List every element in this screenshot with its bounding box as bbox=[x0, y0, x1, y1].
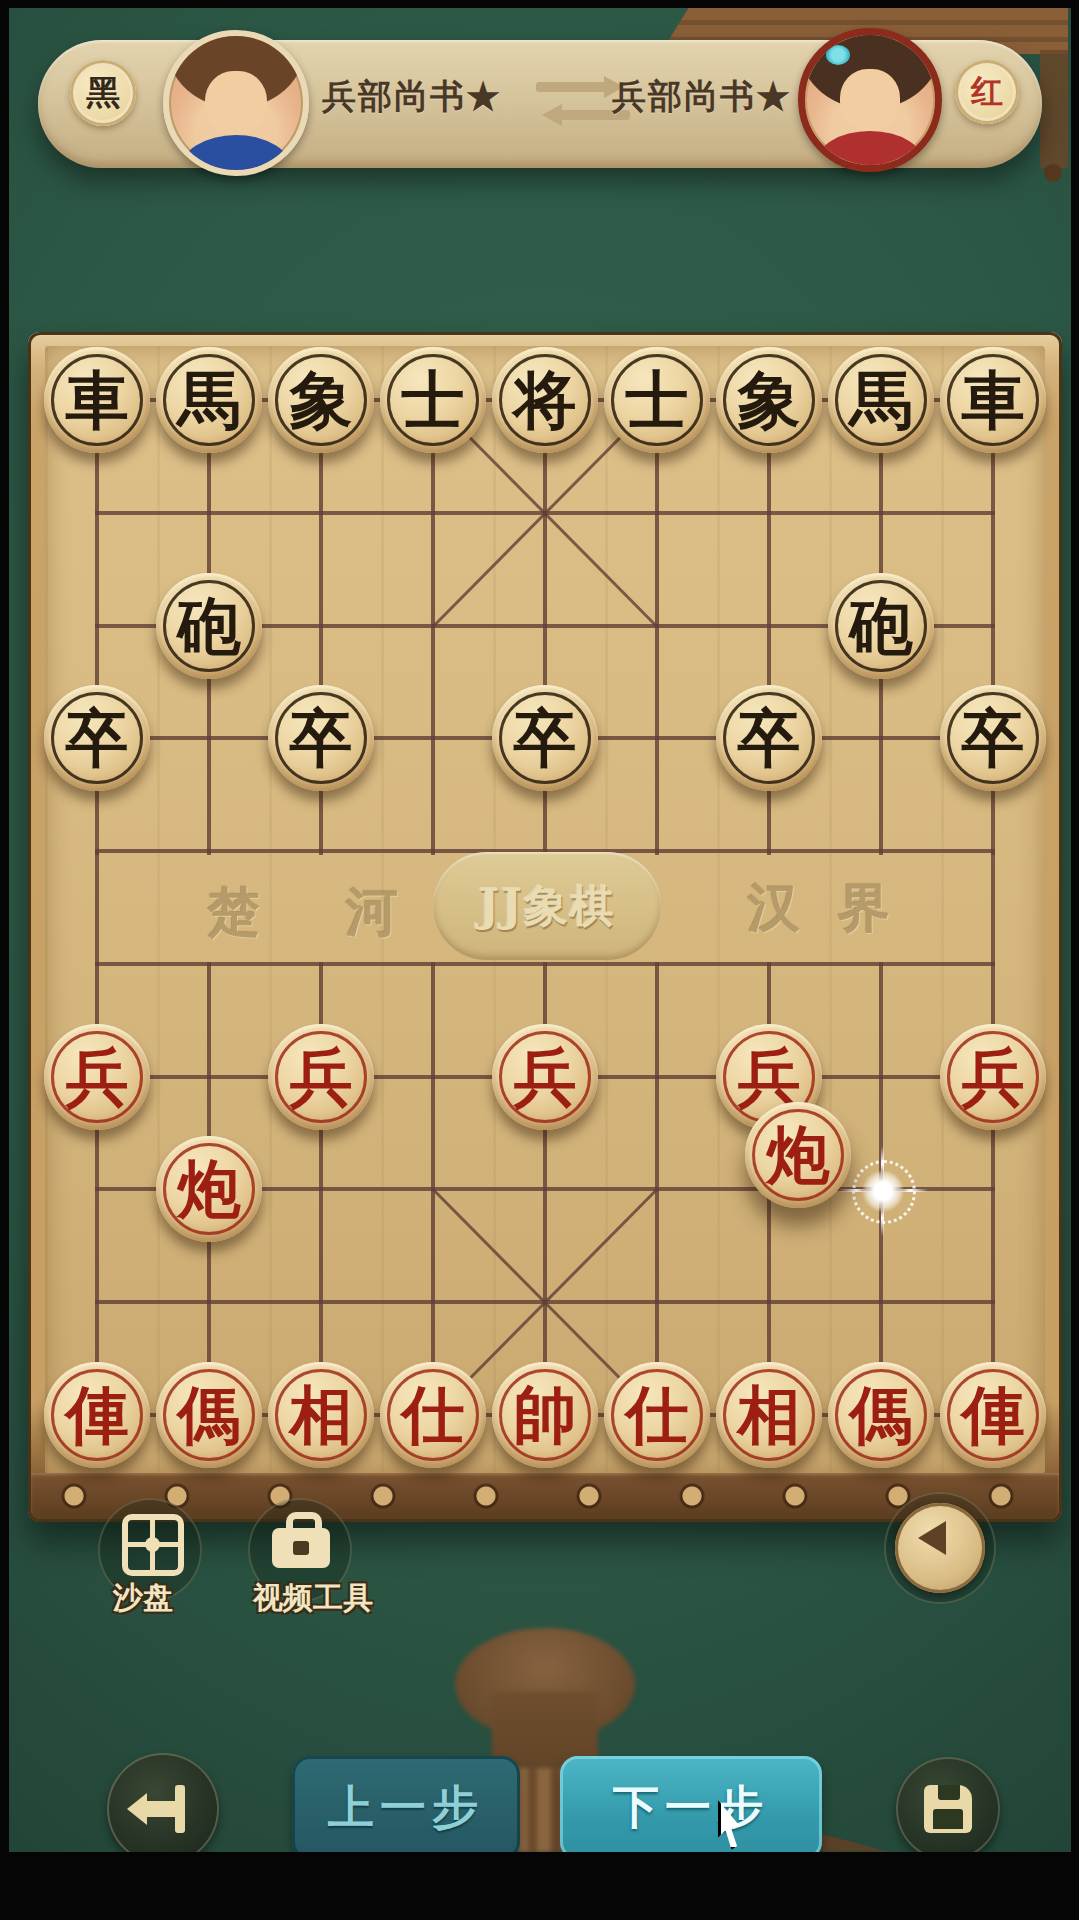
piece-black-soldier[interactable]: 卒 bbox=[268, 685, 374, 791]
river-text-chuhe: 楚 河 bbox=[208, 878, 432, 948]
piece-black-horse[interactable]: 馬 bbox=[828, 347, 934, 453]
piece-black-chariot[interactable]: 車 bbox=[44, 347, 150, 453]
piece-red-horse[interactable]: 傌 bbox=[156, 1362, 262, 1468]
avatar-robe bbox=[180, 135, 293, 176]
right-player-avatar[interactable] bbox=[798, 28, 942, 172]
piece-red-cannon[interactable]: 炮 bbox=[156, 1136, 262, 1242]
left-triangle-icon bbox=[918, 1521, 946, 1555]
wooden-roof-side bbox=[1040, 50, 1068, 168]
app-logo-text: JJ象棋 bbox=[478, 877, 616, 936]
letterbox-left bbox=[0, 0, 9, 1920]
return-button[interactable] bbox=[107, 1753, 219, 1865]
river-text-hanjie: 汉 界 bbox=[748, 874, 900, 944]
next-step-button[interactable]: 下一步 bbox=[560, 1756, 822, 1860]
prev-step-button[interactable]: 上一步 bbox=[292, 1756, 520, 1860]
move-origin-sparkle bbox=[838, 1146, 928, 1236]
piece-black-horse[interactable]: 馬 bbox=[156, 347, 262, 453]
back-arrow-icon bbox=[175, 1785, 185, 1833]
sandbox-label: 沙盘 bbox=[113, 1578, 173, 1619]
piece-red-elephant[interactable]: 相 bbox=[716, 1362, 822, 1468]
red-side-badge: 红 bbox=[955, 60, 1019, 124]
piece-black-soldier[interactable]: 卒 bbox=[492, 685, 598, 791]
piece-black-chariot[interactable]: 車 bbox=[940, 347, 1046, 453]
avatar-face bbox=[205, 71, 267, 135]
right-player-name: 兵部尚书★ bbox=[612, 74, 792, 120]
piece-red-cannon[interactable]: 炮 bbox=[745, 1102, 851, 1208]
piece-black-advisor[interactable]: 士 bbox=[604, 347, 710, 453]
letterbox-right bbox=[1071, 0, 1079, 1920]
piece-black-cannon[interactable]: 砲 bbox=[828, 573, 934, 679]
avatar-face bbox=[840, 69, 900, 131]
piece-black-elephant[interactable]: 象 bbox=[716, 347, 822, 453]
piece-red-chariot[interactable]: 俥 bbox=[940, 1362, 1046, 1468]
letterbox-bottom bbox=[0, 1852, 1079, 1920]
black-side-badge: 黑 bbox=[70, 60, 136, 126]
piece-black-advisor[interactable]: 士 bbox=[380, 347, 486, 453]
piece-red-general[interactable]: 帥 bbox=[492, 1362, 598, 1468]
river-right-edge-line bbox=[991, 851, 995, 964]
piece-red-soldier[interactable]: 兵 bbox=[268, 1024, 374, 1130]
rewind-button[interactable] bbox=[884, 1492, 996, 1604]
save-button[interactable] bbox=[896, 1757, 1000, 1861]
sandbox-icon bbox=[122, 1514, 184, 1576]
piece-red-soldier[interactable]: 兵 bbox=[44, 1024, 150, 1130]
left-player-name: 兵部尚书★ bbox=[322, 74, 502, 120]
piece-black-soldier[interactable]: 卒 bbox=[44, 685, 150, 791]
piece-black-soldier[interactable]: 卒 bbox=[940, 685, 1046, 791]
video-tools-icon bbox=[272, 1528, 330, 1568]
video-tools-label: 视频工具 bbox=[253, 1578, 373, 1619]
piece-black-elephant[interactable]: 象 bbox=[268, 347, 374, 453]
piece-red-chariot[interactable]: 俥 bbox=[44, 1362, 150, 1468]
board-edge-studs bbox=[60, 1482, 1030, 1510]
piece-red-soldier[interactable]: 兵 bbox=[492, 1024, 598, 1130]
piece-red-elephant[interactable]: 相 bbox=[268, 1362, 374, 1468]
piece-red-horse[interactable]: 傌 bbox=[828, 1362, 934, 1468]
piece-red-soldier[interactable]: 兵 bbox=[940, 1024, 1046, 1130]
roof-bead bbox=[1044, 164, 1062, 182]
piece-red-advisor[interactable]: 仕 bbox=[604, 1362, 710, 1468]
piece-black-cannon[interactable]: 砲 bbox=[156, 573, 262, 679]
piece-red-advisor[interactable]: 仕 bbox=[380, 1362, 486, 1468]
letterbox-top bbox=[0, 0, 1079, 8]
river-left-edge-line bbox=[95, 851, 99, 964]
game-screen: 黑 兵部尚书★ 兵部尚书★ 红 楚 河 汉 界 JJ象棋 車馬象士将士象馬車砲砲… bbox=[0, 0, 1079, 1920]
piece-black-general[interactable]: 将 bbox=[492, 347, 598, 453]
piece-black-soldier[interactable]: 卒 bbox=[716, 685, 822, 791]
app-logo-pill: JJ象棋 bbox=[433, 852, 661, 960]
left-player-avatar[interactable] bbox=[163, 30, 309, 176]
